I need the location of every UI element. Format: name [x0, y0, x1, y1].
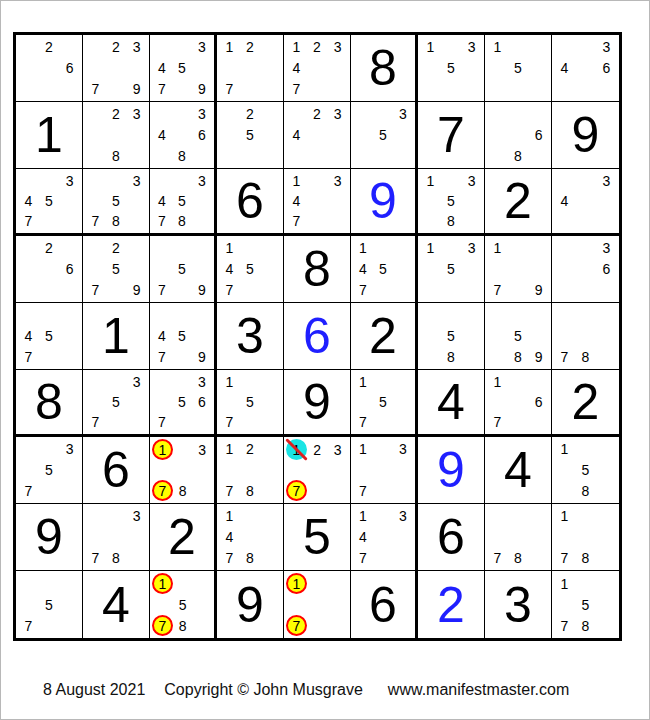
candidate-pos-5	[307, 460, 328, 480]
candidate-pos-9	[393, 480, 413, 501]
candidate-pos-6	[193, 594, 213, 615]
candidate-5: 5	[173, 594, 193, 615]
candidate-pos-6	[260, 527, 281, 548]
candidate-pos-6	[393, 527, 413, 548]
candidate-pos-9	[260, 78, 281, 99]
solved-digit: 9	[284, 370, 350, 434]
candidate-pos-2	[39, 305, 60, 326]
candidate-pos-6	[528, 58, 549, 79]
candidate-pos-2	[508, 104, 529, 125]
cell-r4c7[interactable]: 135	[418, 236, 485, 303]
candidate-9: 9	[192, 78, 212, 99]
candidate-grid: 26	[16, 35, 82, 101]
candidate-pos-8	[39, 346, 60, 367]
solved-digit: 2	[485, 169, 551, 233]
candidate-7: 7	[487, 547, 508, 568]
candidate-grid: 26	[16, 236, 82, 302]
candidate-4: 4	[554, 191, 575, 211]
cell-r5c9[interactable]: 78	[552, 303, 619, 370]
cell-r1c2[interactable]: 2379	[83, 35, 150, 102]
candidate-7: 7	[219, 480, 240, 501]
candidate-5: 5	[441, 58, 462, 79]
candidate-1: 1	[286, 171, 307, 191]
candidate-pos-5	[575, 58, 596, 79]
candidate-7-circled: 7	[286, 615, 307, 636]
candidate-6: 6	[596, 259, 617, 280]
solved-digit: 2	[552, 370, 619, 434]
candidate-pos-2	[441, 171, 462, 191]
cell-r5c1[interactable]: 457	[16, 303, 83, 370]
candidate-pos-7	[85, 145, 106, 166]
candidate-pos-1	[85, 372, 106, 392]
cell-r1c7[interactable]: 135	[418, 35, 485, 102]
candidate-pos-1: 1	[152, 439, 173, 460]
cell-r3c6[interactable]: 9	[351, 169, 418, 236]
candidate-pos-4	[487, 326, 508, 347]
candidate-pos-1	[286, 104, 307, 125]
candidate-8: 8	[441, 346, 462, 367]
candidate-pos-6	[461, 259, 482, 280]
candidate-pos-8	[106, 412, 127, 432]
cell-r1c5[interactable]: 12347	[284, 35, 351, 102]
cell-r8c9[interactable]: 178	[552, 504, 619, 571]
cell-r2c3[interactable]: 3468	[150, 102, 217, 169]
candidate-pos-7	[420, 346, 441, 367]
candidate-grid: 1578	[552, 571, 619, 638]
candidate-grid: 357	[83, 370, 149, 434]
candidate-pos-4	[219, 392, 240, 412]
cell-r9c6[interactable]: 6	[351, 571, 418, 638]
candidate-5: 5	[172, 191, 192, 211]
candidate-pos-5	[575, 527, 596, 548]
candidate-1-circled: 1	[152, 439, 173, 460]
candidate-4: 4	[219, 259, 240, 280]
candidate-pos-2	[172, 305, 192, 326]
candidate-7: 7	[219, 547, 240, 568]
candidate-pos-2	[508, 305, 529, 326]
cell-r5c3[interactable]: 4579	[150, 303, 217, 370]
candidate-pos-9	[596, 547, 617, 568]
candidate-pos-8	[441, 279, 462, 300]
cell-r5c4[interactable]: 3	[217, 303, 284, 370]
candidate-9: 9	[528, 279, 549, 300]
candidate-grid: 579	[150, 236, 214, 302]
cell-r5c6[interactable]: 2	[351, 303, 418, 370]
candidate-pos-4	[554, 326, 575, 347]
candidate-pos-4	[85, 58, 106, 79]
cell-r5c7[interactable]: 58	[418, 303, 485, 370]
candidate-pos-9	[393, 412, 413, 432]
cell-r2c6[interactable]: 35	[351, 102, 418, 169]
candidate-pos-5	[240, 58, 261, 79]
candidate-pos-6	[193, 460, 213, 480]
cell-r4c9[interactable]: 36	[552, 236, 619, 303]
candidate-pos-6	[59, 460, 80, 481]
candidate-pos-9	[193, 480, 213, 501]
cell-r6c7[interactable]: 4	[418, 370, 485, 437]
candidate-pos-8	[307, 480, 328, 501]
candidate-pos-1	[487, 104, 508, 125]
candidate-pos-6	[126, 125, 147, 146]
candidate-pos-9	[461, 211, 482, 231]
candidate-pos-9	[596, 346, 617, 367]
cell-r4c1[interactable]: 26	[16, 236, 83, 303]
cell-r9c4[interactable]: 9	[217, 571, 284, 638]
candidate-pos-5	[373, 460, 393, 481]
candidate-pos-9	[59, 480, 80, 501]
candidate-7: 7	[152, 346, 172, 367]
cell-r4c5[interactable]: 8	[284, 236, 351, 303]
candidate-pos-9	[193, 615, 213, 636]
cell-r6c5[interactable]: 9	[284, 370, 351, 437]
candidate-pos-9	[461, 279, 482, 300]
cell-r7c2[interactable]: 6	[83, 437, 150, 504]
candidate-pos-1: 1	[152, 573, 173, 594]
candidate-7: 7	[487, 412, 508, 432]
cell-r7c1[interactable]: 357	[16, 437, 83, 504]
candidate-grid: 1378	[150, 437, 214, 503]
candidate-7: 7	[152, 412, 172, 432]
candidate-6: 6	[192, 392, 212, 412]
candidate-5: 5	[240, 259, 261, 280]
cell-r8c2[interactable]: 378	[83, 504, 150, 571]
candidate-pos-5	[307, 191, 328, 211]
candidate-pos-9	[192, 145, 212, 166]
cell-r9c1[interactable]: 57	[16, 571, 83, 638]
candidate-5: 5	[240, 392, 261, 412]
candidate-4: 4	[18, 326, 39, 347]
cell-r6c9[interactable]: 2	[552, 370, 619, 437]
cell-r7c5[interactable]: 1237	[284, 437, 351, 504]
candidate-4: 4	[286, 58, 307, 79]
cell-r1c6[interactable]: 8	[351, 35, 418, 102]
cell-r1c1[interactable]: 26	[16, 35, 83, 102]
candidate-pos-1	[18, 37, 39, 58]
candidate-grid: 1237	[284, 437, 350, 503]
candidate-pos-3	[260, 372, 281, 392]
candidate-pos-9	[328, 615, 349, 636]
candidate-grid: 157	[351, 370, 415, 434]
cell-r2c8[interactable]: 68	[485, 102, 552, 169]
candidate-grid: 1478	[217, 504, 283, 570]
candidate-pos-9	[596, 211, 617, 231]
cell-r5c2[interactable]: 1	[83, 303, 150, 370]
candidate-pos-3	[260, 506, 281, 527]
candidate-7: 7	[152, 211, 172, 231]
cell-r3c1[interactable]: 3457	[16, 169, 83, 236]
cell-r6c6[interactable]: 157	[351, 370, 418, 437]
candidate-pos-2	[508, 238, 529, 259]
cell-r7c3[interactable]: 1378	[150, 437, 217, 504]
candidate-pos-4	[85, 191, 106, 211]
candidate-pos-5	[575, 326, 596, 347]
candidate-pos-7	[554, 279, 575, 300]
cell-r6c1[interactable]: 8	[16, 370, 83, 437]
cell-r2c1[interactable]: 1	[16, 102, 83, 169]
candidate-pos-1	[554, 305, 575, 326]
cell-r9c8[interactable]: 3	[485, 571, 552, 638]
cell-r1c8[interactable]: 15	[485, 35, 552, 102]
candidate-pos-8	[508, 78, 529, 99]
cell-r7c7[interactable]: 9	[418, 437, 485, 504]
candidate-pos-1	[85, 506, 106, 527]
candidate-pos-2	[240, 372, 261, 392]
candidate-pos-4	[152, 259, 172, 280]
solved-digit: 6	[418, 504, 484, 570]
candidate-pos-8	[508, 412, 529, 432]
cell-r7c4[interactable]: 1278	[217, 437, 284, 504]
cell-r5c8[interactable]: 589	[485, 303, 552, 370]
candidate-3: 3	[327, 37, 348, 58]
candidate-pos-4	[353, 392, 373, 412]
candidate-pos-6	[528, 259, 549, 280]
cell-r3c4[interactable]: 6	[217, 169, 284, 236]
candidate-pos-9	[59, 615, 80, 636]
cell-r7c6[interactable]: 137	[351, 437, 418, 504]
cell-r4c4[interactable]: 1457	[217, 236, 284, 303]
candidate-7: 7	[152, 78, 172, 99]
candidate-pos-8	[575, 279, 596, 300]
cell-r6c4[interactable]: 157	[217, 370, 284, 437]
candidate-2: 2	[39, 37, 60, 58]
candidate-pos-1	[152, 171, 172, 191]
cell-r2c7[interactable]: 7	[418, 102, 485, 169]
candidate-3: 3	[393, 104, 413, 125]
candidate-3: 3	[461, 238, 482, 259]
cell-r1c9[interactable]: 346	[552, 35, 619, 102]
solved-digit: 8	[16, 370, 82, 434]
candidate-pos-8	[307, 145, 328, 166]
candidate-8: 8	[575, 615, 596, 636]
candidate-7-circled: 7	[152, 480, 173, 501]
candidate-pos-5	[39, 58, 60, 79]
candidate-pos-5	[373, 527, 393, 548]
candidate-pos-2	[575, 439, 596, 460]
cell-r8c5[interactable]: 5	[284, 504, 351, 571]
candidate-5: 5	[106, 392, 127, 412]
candidate-pos-8	[172, 346, 192, 367]
candidate-4: 4	[152, 191, 172, 211]
candidate-grid: 457	[16, 303, 82, 369]
candidate-pos-7	[286, 145, 307, 166]
candidate-pos-9	[461, 346, 482, 367]
candidate-pos-2	[373, 439, 393, 460]
candidate-9: 9	[126, 279, 147, 300]
candidate-5: 5	[373, 392, 393, 412]
candidate-pos-6	[528, 527, 549, 548]
candidate-pos-5	[172, 125, 192, 146]
candidate-grid: 346	[552, 35, 619, 101]
candidate-pos-5	[575, 191, 596, 211]
candidate-pos-8	[508, 279, 529, 300]
candidate-8: 8	[106, 145, 127, 166]
candidate-7: 7	[353, 480, 373, 501]
candidate-8: 8	[172, 145, 192, 166]
candidate-pos-1	[85, 37, 106, 58]
candidate-pos-4	[152, 392, 172, 412]
candidate-pos-1	[554, 171, 575, 191]
cell-r9c3[interactable]: 1578	[150, 571, 217, 638]
cell-r3c7[interactable]: 1358	[418, 169, 485, 236]
cell-r1c3[interactable]: 34579	[150, 35, 217, 102]
candidate-pos-6	[59, 326, 80, 347]
candidate-pos-9	[126, 412, 147, 432]
candidate-pos-8	[441, 78, 462, 99]
cell-r9c5[interactable]: 17	[284, 571, 351, 638]
candidate-pos-4	[487, 58, 508, 79]
solved-digit: 3	[485, 571, 551, 638]
candidate-grid: 158	[552, 437, 619, 503]
candidate-pos-5	[508, 392, 529, 412]
cell-r3c9[interactable]: 34	[552, 169, 619, 236]
cell-r4c6[interactable]: 1457	[351, 236, 418, 303]
candidate-3: 3	[461, 37, 482, 58]
solved-digit-highlighted: 9	[418, 437, 484, 503]
candidate-1-circled: 1	[152, 573, 173, 594]
candidate-5: 5	[39, 191, 60, 211]
candidate-5: 5	[172, 326, 192, 347]
cell-r2c5[interactable]: 234	[284, 102, 351, 169]
candidate-pos-5	[240, 527, 261, 548]
candidate-grid: 1578	[150, 571, 214, 638]
candidate-4: 4	[286, 191, 307, 211]
candidate-pos-6	[461, 58, 482, 79]
cell-r8c7[interactable]: 6	[418, 504, 485, 571]
candidate-pos-3	[260, 439, 281, 460]
cell-r4c8[interactable]: 179	[485, 236, 552, 303]
candidate-pos-5	[106, 527, 127, 548]
candidate-8: 8	[508, 145, 529, 166]
candidate-pos-9	[260, 412, 281, 432]
candidate-pos-9	[596, 78, 617, 99]
candidate-pos-6	[596, 594, 617, 615]
candidate-pos-6	[528, 326, 549, 347]
candidate-pos-6	[328, 460, 349, 480]
candidate-pos-8	[373, 547, 393, 568]
cell-r8c1[interactable]: 9	[16, 504, 83, 571]
candidate-7: 7	[85, 78, 106, 99]
candidate-pos-3	[393, 372, 413, 392]
candidate-pos-3	[59, 573, 80, 594]
candidate-pos-2	[508, 37, 529, 58]
cell-r9c9[interactable]: 1578	[552, 571, 619, 638]
candidate-pos-4	[18, 594, 39, 615]
cell-r8c4[interactable]: 1478	[217, 504, 284, 571]
cell-r3c5[interactable]: 1347	[284, 169, 351, 236]
candidate-grid: 78	[485, 504, 551, 570]
cell-r3c2[interactable]: 3578	[83, 169, 150, 236]
cell-r9c2[interactable]: 4	[83, 571, 150, 638]
cell-r1c4[interactable]: 127	[217, 35, 284, 102]
candidate-pos-5	[173, 460, 193, 480]
candidate-3: 3	[59, 171, 80, 191]
candidate-3: 3	[596, 37, 617, 58]
candidate-pos-6	[461, 191, 482, 211]
candidate-pos-7	[18, 78, 39, 99]
candidate-pos-7	[487, 78, 508, 99]
candidate-4: 4	[286, 125, 307, 146]
candidate-3: 3	[59, 439, 80, 460]
solved-digit-highlighted: 2	[418, 571, 484, 638]
candidate-1: 1	[219, 37, 240, 58]
candidate-pos-8	[373, 412, 393, 432]
candidate-pos-4	[85, 527, 106, 548]
candidate-pos-8	[39, 480, 60, 501]
cell-r8c3[interactable]: 2	[150, 504, 217, 571]
cell-r8c6[interactable]: 1347	[351, 504, 418, 571]
candidate-pos-4	[554, 460, 575, 481]
candidate-pos-3	[59, 305, 80, 326]
candidate-7: 7	[286, 78, 307, 99]
candidate-pos-1	[487, 305, 508, 326]
cell-r7c9[interactable]: 158	[552, 437, 619, 504]
candidate-5: 5	[172, 392, 192, 412]
cell-r2c9[interactable]: 9	[552, 102, 619, 169]
candidate-3: 3	[328, 439, 349, 460]
candidate-pos-6	[596, 191, 617, 211]
candidate-2: 2	[106, 104, 127, 125]
cell-r3c3[interactable]: 34578	[150, 169, 217, 236]
candidate-pos-6	[192, 259, 212, 280]
candidate-pos-6	[260, 460, 281, 481]
cell-r4c3[interactable]: 579	[150, 236, 217, 303]
footer-website: www.manifestmaster.com	[388, 681, 569, 699]
cell-r5c5[interactable]: 6	[284, 303, 351, 370]
cell-r3c8[interactable]: 2	[485, 169, 552, 236]
candidate-pos-1	[554, 37, 575, 58]
cell-r7c8[interactable]: 4	[485, 437, 552, 504]
candidate-2: 2	[240, 104, 261, 125]
solved-digit: 9	[552, 102, 619, 168]
candidate-pos-6	[596, 326, 617, 347]
candidate-pos-9	[59, 279, 80, 300]
solved-digit: 9	[217, 571, 283, 638]
candidate-pos-6	[327, 125, 348, 146]
candidate-8: 8	[240, 480, 261, 501]
candidate-pos-1	[18, 238, 39, 259]
cell-r2c2[interactable]: 238	[83, 102, 150, 169]
cell-r6c2[interactable]: 357	[83, 370, 150, 437]
sudoku-grid: 2623793457912712347813515346123834682523…	[13, 32, 622, 641]
candidate-pos-2	[508, 372, 529, 392]
cell-r6c8[interactable]: 167	[485, 370, 552, 437]
solved-digit: 6	[217, 169, 283, 233]
candidate-1: 1	[554, 439, 575, 460]
candidate-pos-7	[420, 211, 441, 231]
candidate-pos-2	[172, 372, 192, 392]
candidate-pos-2	[575, 305, 596, 326]
candidate-pos-3	[126, 238, 147, 259]
cell-r6c3[interactable]: 3567	[150, 370, 217, 437]
solved-digit: 9	[16, 504, 82, 570]
candidate-pos-6	[393, 392, 413, 412]
candidate-pos-9	[260, 145, 281, 166]
candidate-pos-2	[106, 506, 127, 527]
candidate-pos-5	[240, 460, 261, 481]
candidate-pos-3	[461, 305, 482, 326]
cell-r4c2[interactable]: 2579	[83, 236, 150, 303]
candidate-pos-7	[18, 279, 39, 300]
candidate-grid: 167	[485, 370, 551, 434]
candidate-pos-1	[152, 372, 172, 392]
candidate-pos-8	[39, 78, 60, 99]
cell-r2c4[interactable]: 25	[217, 102, 284, 169]
candidate-5: 5	[39, 326, 60, 347]
cell-r8c8[interactable]: 78	[485, 504, 552, 571]
cell-r9c7[interactable]: 2	[418, 571, 485, 638]
candidate-pos-9	[59, 346, 80, 367]
candidate-8: 8	[508, 346, 529, 367]
